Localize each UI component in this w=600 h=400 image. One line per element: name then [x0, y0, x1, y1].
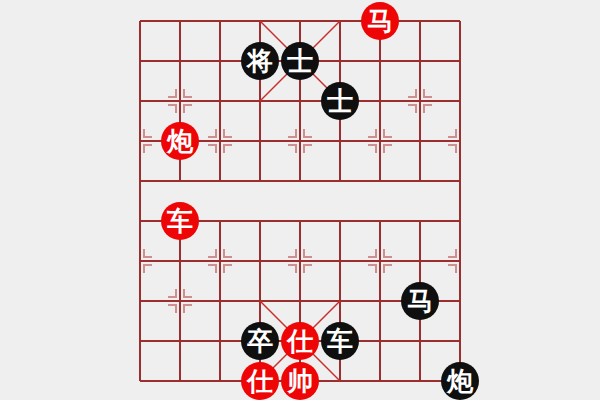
piece-black-soldier[interactable]: 卒: [241, 322, 279, 360]
piece-red-cannon[interactable]: 炮: [161, 122, 199, 160]
piece-red-advisor[interactable]: 仕: [241, 362, 279, 400]
piece-black-advisor[interactable]: 士: [321, 82, 359, 120]
xiangqi-board: 马将士士炮车马卒仕车仕帅炮: [120, 1, 480, 400]
piece-black-general[interactable]: 将: [241, 42, 279, 80]
xiangqi-app: 马将士士炮车马卒仕车仕帅炮: [0, 0, 600, 400]
piece-red-advisor[interactable]: 仕: [281, 322, 319, 360]
piece-black-horse[interactable]: 马: [401, 282, 439, 320]
piece-red-horse[interactable]: 马: [361, 2, 399, 40]
piece-black-cannon[interactable]: 炮: [441, 362, 479, 400]
piece-black-chariot[interactable]: 车: [321, 322, 359, 360]
piece-black-advisor[interactable]: 士: [281, 42, 319, 80]
piece-layer: 马将士士炮车马卒仕车仕帅炮: [120, 1, 480, 400]
piece-red-general[interactable]: 帅: [281, 362, 319, 400]
piece-red-chariot[interactable]: 车: [161, 202, 199, 240]
